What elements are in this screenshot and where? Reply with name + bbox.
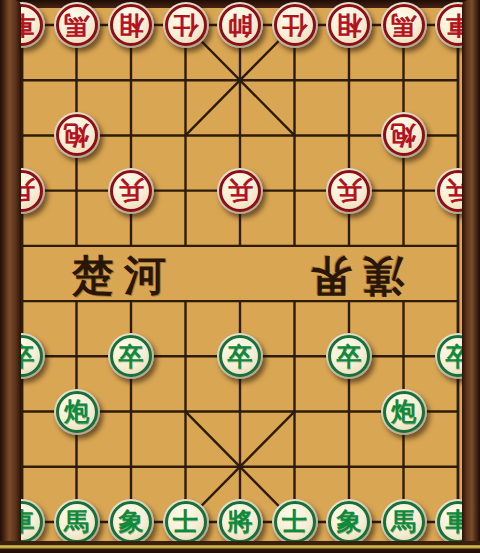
intersection-r2c5[interactable] [267,108,322,163]
piece-green-soldier[interactable]: 卒 [108,333,154,379]
red-piece-glyph: 仕 [173,13,198,38]
red-piece-face: 相 [328,4,370,46]
green-piece-glyph: 士 [282,509,307,534]
green-piece-face: 卒 [219,335,261,377]
intersection-r6c1[interactable] [49,329,104,384]
red-piece-face: 兵 [110,170,152,212]
intersection-r6c6[interactable]: 卒 [322,329,377,384]
piece-red-cannon[interactable]: 炮 [381,112,427,158]
piece-green-soldier[interactable]: 卒 [217,333,263,379]
intersection-r3c1[interactable] [49,163,104,218]
intersection-r6c3[interactable] [158,329,213,384]
green-piece-face: 士 [165,501,207,543]
red-piece-face: 兵 [219,170,261,212]
green-piece-face: 炮 [383,391,425,433]
piece-green-advisor[interactable]: 士 [163,499,209,545]
piece-red-cannon[interactable]: 炮 [54,112,100,158]
green-piece-glyph: 士 [173,509,198,534]
piece-red-soldier[interactable]: 兵 [217,168,263,214]
red-piece-face: 炮 [56,114,98,156]
red-piece-face: 相 [110,4,152,46]
intersection-r7c4[interactable] [213,384,268,439]
red-piece-glyph: 馬 [64,13,89,38]
red-piece-face: 兵 [328,170,370,212]
intersection-r4c5[interactable] [267,218,322,273]
intersection-r2c6[interactable] [322,108,377,163]
board-frame-left-rod [0,0,21,553]
red-piece-face: 帥 [219,4,261,46]
intersection-r0c5[interactable]: 仕 [267,0,322,53]
piece-red-general[interactable]: 帥 [217,2,263,48]
intersection-r7c5[interactable] [267,384,322,439]
intersection-r1c7[interactable] [376,53,431,108]
red-piece-glyph: 相 [119,13,144,38]
intersection-r3c5[interactable] [267,163,322,218]
intersection-r2c3[interactable] [158,108,213,163]
intersection-r5c2[interactable] [104,274,159,329]
intersection-r3c6[interactable]: 兵 [322,163,377,218]
intersection-r8c1[interactable] [49,439,104,494]
intersection-r7c7[interactable]: 炮 [376,384,431,439]
red-piece-face: 馬 [56,4,98,46]
intersection-r0c3[interactable]: 仕 [158,0,213,53]
intersection-r5c3[interactable] [158,274,213,329]
piece-green-advisor[interactable]: 士 [272,499,318,545]
piece-green-horse[interactable]: 馬 [54,499,100,545]
green-piece-glyph: 將 [228,509,253,534]
piece-red-horse[interactable]: 馬 [54,2,100,48]
green-piece-face: 卒 [110,335,152,377]
xiangqi-board-window: 楚河 漢界 車馬相仕帥仕相馬車炮炮兵兵兵兵兵卒卒卒卒卒炮炮車馬象士將士象馬車 [0,0,480,553]
intersection-r6c2[interactable]: 卒 [104,329,159,384]
green-piece-glyph: 卒 [119,344,144,369]
piece-red-horse[interactable]: 馬 [381,2,427,48]
intersection-r8c3[interactable] [158,439,213,494]
intersection-r2c4[interactable] [213,108,268,163]
intersection-r2c2[interactable] [104,108,159,163]
red-piece-glyph: 仕 [282,13,307,38]
piece-green-cannon[interactable]: 炮 [54,389,100,435]
green-piece-face: 炮 [56,391,98,433]
intersection-r8c5[interactable] [267,439,322,494]
green-piece-face: 士 [274,501,316,543]
green-piece-glyph: 象 [119,509,144,534]
green-piece-face: 將 [219,501,261,543]
intersection-r8c6[interactable] [322,439,377,494]
intersection-r0c6[interactable]: 相 [322,0,377,53]
piece-red-elephant[interactable]: 相 [326,2,372,48]
intersection-r5c7[interactable] [376,274,431,329]
red-piece-glyph: 兵 [337,178,362,203]
red-piece-face: 炮 [383,114,425,156]
intersection-r0c4[interactable]: 帥 [213,0,268,53]
red-piece-glyph: 炮 [391,123,416,148]
board-frame-right-rod [462,0,480,553]
green-piece-face: 馬 [56,501,98,543]
red-piece-face: 仕 [274,4,316,46]
piece-green-soldier[interactable]: 卒 [326,333,372,379]
intersection-r4c3[interactable] [158,218,213,273]
intersection-r0c1[interactable]: 馬 [49,0,104,53]
intersection-r4c2[interactable] [104,218,159,273]
intersection-r5c6[interactable] [322,274,377,329]
board-frame-bottom [0,541,480,553]
intersection-r1c5[interactable] [267,53,322,108]
intersection-r1c3[interactable] [158,53,213,108]
piece-green-cannon[interactable]: 炮 [381,389,427,435]
intersection-r0c2[interactable]: 相 [104,0,159,53]
red-piece-glyph: 兵 [119,178,144,203]
intersection-r4c1[interactable] [49,218,104,273]
intersection-r1c1[interactable] [49,53,104,108]
intersection-r7c2[interactable] [104,384,159,439]
intersection-r2c7[interactable]: 炮 [376,108,431,163]
green-piece-face: 象 [328,501,370,543]
green-piece-glyph: 象 [337,509,362,534]
piece-green-horse[interactable]: 馬 [381,499,427,545]
piece-red-elephant[interactable]: 相 [108,2,154,48]
intersection-r8c7[interactable] [376,439,431,494]
intersection-r4c6[interactable] [322,218,377,273]
green-piece-glyph: 炮 [64,399,89,424]
piece-red-advisor[interactable]: 仕 [163,2,209,48]
red-piece-face: 仕 [165,4,207,46]
red-piece-glyph: 馬 [391,13,416,38]
intersection-r1c2[interactable] [104,53,159,108]
intersection-r8c2[interactable] [104,439,159,494]
intersection-r6c4[interactable]: 卒 [213,329,268,384]
intersection-r6c5[interactable] [267,329,322,384]
intersection-r7c6[interactable] [322,384,377,439]
green-piece-glyph: 卒 [228,344,253,369]
piece-green-general[interactable]: 將 [217,499,263,545]
intersection-r5c4[interactable] [213,274,268,329]
green-piece-face: 象 [110,501,152,543]
intersection-r3c4[interactable]: 兵 [213,163,268,218]
intersection-r5c5[interactable] [267,274,322,329]
intersection-r6c7[interactable] [376,329,431,384]
intersection-r2c1[interactable]: 炮 [49,108,104,163]
red-piece-glyph: 帥 [228,13,253,38]
board-grid: 車馬相仕帥仕相馬車炮炮兵兵兵兵兵卒卒卒卒卒炮炮車馬象士將士象馬車 [0,0,480,550]
intersection-r3c3[interactable] [158,163,213,218]
intersection-r8c4[interactable] [213,439,268,494]
intersection-r0c7[interactable]: 馬 [376,0,431,53]
piece-red-soldier[interactable]: 兵 [326,168,372,214]
red-piece-glyph: 兵 [228,178,253,203]
piece-red-soldier[interactable]: 兵 [108,168,154,214]
intersection-r3c2[interactable]: 兵 [104,163,159,218]
green-piece-face: 馬 [383,501,425,543]
green-piece-glyph: 炮 [391,399,416,424]
intersection-r7c1[interactable]: 炮 [49,384,104,439]
intersection-r1c6[interactable] [322,53,377,108]
intersection-r4c7[interactable] [376,218,431,273]
green-piece-glyph: 馬 [64,509,89,534]
piece-red-advisor[interactable]: 仕 [272,2,318,48]
red-piece-glyph: 炮 [64,123,89,148]
green-piece-face: 卒 [328,335,370,377]
intersection-r1c4[interactable] [213,53,268,108]
intersection-r3c7[interactable] [376,163,431,218]
intersection-r7c3[interactable] [158,384,213,439]
piece-green-elephant[interactable]: 象 [108,499,154,545]
piece-green-elephant[interactable]: 象 [326,499,372,545]
intersection-r4c4[interactable] [213,218,268,273]
green-piece-glyph: 卒 [337,344,362,369]
red-piece-face: 馬 [383,4,425,46]
red-piece-glyph: 相 [337,13,362,38]
intersection-r5c1[interactable] [49,274,104,329]
green-piece-glyph: 馬 [391,509,416,534]
